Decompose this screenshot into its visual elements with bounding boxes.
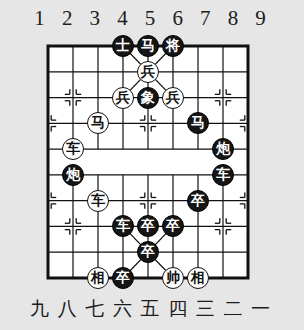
file-label-top-3: 3 [81, 6, 108, 31]
red-horse[interactable]: 马 [87, 112, 109, 134]
file-label-bottom-4: 六 [109, 296, 136, 322]
file-label-top-1: 1 [26, 6, 53, 31]
file-label-bottom-5: 五 [137, 296, 164, 322]
file-label-top-4: 4 [109, 6, 136, 31]
black-soldier[interactable]: 卒 [187, 190, 209, 212]
red-chariot[interactable]: 车 [62, 138, 84, 160]
red-chariot[interactable]: 车 [87, 190, 109, 212]
file-label-bottom-7: 三 [192, 296, 219, 322]
black-advisor[interactable]: 士 [112, 35, 134, 57]
black-general[interactable]: 将 [162, 35, 184, 57]
black-soldier[interactable]: 卒 [162, 215, 184, 237]
red-elephant[interactable]: 相 [187, 267, 209, 289]
file-label-top-9: 9 [247, 6, 274, 31]
black-horse[interactable]: 马 [137, 35, 159, 57]
black-soldier[interactable]: 卒 [137, 241, 159, 263]
red-soldier[interactable]: 兵 [137, 61, 159, 83]
black-soldier[interactable]: 卒 [137, 215, 159, 237]
file-labels-bottom: 九八七六五四三二一 [26, 296, 274, 322]
red-elephant[interactable]: 相 [87, 267, 109, 289]
file-label-bottom-2: 八 [54, 296, 81, 322]
black-cannon[interactable]: 炮 [212, 138, 234, 160]
black-horse[interactable]: 马 [187, 112, 209, 134]
file-label-bottom-9: 一 [247, 296, 274, 322]
black-elephant[interactable]: 象 [137, 87, 159, 109]
xiangqi-board: 士马将兵兵象兵马马车炮炮车车卒车卒卒卒相卒帅相 [36, 33, 261, 291]
red-general[interactable]: 帅 [162, 267, 184, 289]
red-soldier[interactable]: 兵 [162, 87, 184, 109]
file-label-top-6: 6 [164, 6, 191, 31]
black-soldier[interactable]: 卒 [112, 267, 134, 289]
file-label-bottom-8: 二 [219, 296, 246, 322]
file-label-top-5: 5 [137, 6, 164, 31]
black-chariot[interactable]: 车 [212, 164, 234, 186]
xiangqi-diagram: 123456789 士马将兵兵象兵马马车炮炮车车卒车卒卒卒相卒帅相 九八七六五四… [0, 0, 304, 330]
file-label-bottom-3: 七 [81, 296, 108, 322]
file-label-bottom-1: 九 [26, 296, 53, 322]
file-label-bottom-6: 四 [164, 296, 191, 322]
red-soldier[interactable]: 兵 [112, 87, 134, 109]
file-labels-top: 123456789 [26, 6, 274, 31]
file-label-top-8: 8 [219, 6, 246, 31]
black-cannon[interactable]: 炮 [62, 164, 84, 186]
file-label-top-7: 7 [192, 6, 219, 31]
black-chariot[interactable]: 车 [112, 215, 134, 237]
file-label-top-2: 2 [54, 6, 81, 31]
